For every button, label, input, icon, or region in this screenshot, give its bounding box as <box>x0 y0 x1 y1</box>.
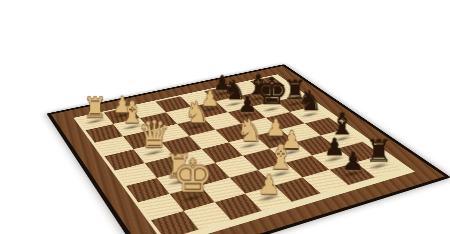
chess-board: ♜♟♟♝♟♞♝♞♟♚♜♛♞♞♟♜♟♝♚♝♟♟♟♜ <box>46 64 450 234</box>
black-pawn: ♟ <box>342 149 364 174</box>
scene: ♜♟♟♝♟♞♝♞♟♚♜♛♞♞♟♜♟♝♚♝♟♟♟♜ <box>0 0 450 234</box>
white-rook: ♜ <box>83 94 108 121</box>
black-rook: ♜ <box>365 136 392 167</box>
white-pawn: ♟ <box>257 172 280 198</box>
black-knight: ♞ <box>298 87 323 115</box>
white-knight: ♞ <box>184 98 210 127</box>
white-king: ♚ <box>173 153 214 198</box>
black-king: ♚ <box>255 73 288 110</box>
white-knight: ♞ <box>236 116 263 146</box>
